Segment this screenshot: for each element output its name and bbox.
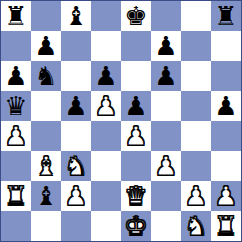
square-d8[interactable] (91, 1, 121, 31)
square-g5[interactable] (181, 91, 211, 121)
piece-white-king[interactable]: ♚ (124, 211, 147, 241)
square-c6[interactable] (61, 61, 91, 91)
piece-black-bishop[interactable]: ♝ (64, 1, 87, 31)
square-a7[interactable] (1, 31, 31, 61)
square-h5[interactable]: ♟ (211, 91, 241, 121)
square-f5[interactable] (151, 91, 181, 121)
square-f3[interactable]: ♟ (151, 151, 181, 181)
piece-black-rook[interactable]: ♜ (4, 1, 27, 31)
square-d3[interactable] (91, 151, 121, 181)
square-d4[interactable] (91, 121, 121, 151)
chess-board: ♜♝♚♜♟♟♟♞♟♟♛♟♟♟♟♟♟♝♞♟♜♝♟♛♟♟♚♞♜ (0, 0, 242, 242)
square-f6[interactable]: ♟ (151, 61, 181, 91)
square-b6[interactable]: ♞ (31, 61, 61, 91)
square-e4[interactable]: ♟ (121, 121, 151, 151)
square-a4[interactable]: ♟ (1, 121, 31, 151)
square-a1[interactable] (1, 211, 31, 241)
piece-black-pawn[interactable]: ♟ (64, 91, 87, 121)
piece-black-rook[interactable]: ♜ (214, 1, 237, 31)
square-b5[interactable] (31, 91, 61, 121)
piece-white-pawn[interactable]: ♟ (124, 121, 147, 151)
square-g2[interactable]: ♟ (181, 181, 211, 211)
square-a3[interactable] (1, 151, 31, 181)
square-f4[interactable] (151, 121, 181, 151)
piece-black-bishop[interactable]: ♝ (34, 181, 57, 211)
square-e7[interactable] (121, 31, 151, 61)
square-e6[interactable] (121, 61, 151, 91)
piece-white-pawn[interactable]: ♟ (64, 181, 87, 211)
square-a8[interactable]: ♜ (1, 1, 31, 31)
square-b7[interactable]: ♟ (31, 31, 61, 61)
square-c2[interactable]: ♟ (61, 181, 91, 211)
square-b2[interactable]: ♝ (31, 181, 61, 211)
piece-black-pawn[interactable]: ♟ (4, 61, 27, 91)
square-g6[interactable] (181, 61, 211, 91)
piece-white-pawn[interactable]: ♟ (214, 181, 237, 211)
square-g8[interactable] (181, 1, 211, 31)
piece-white-queen[interactable]: ♛ (124, 181, 147, 211)
piece-white-knight[interactable]: ♞ (64, 151, 87, 181)
square-d2[interactable] (91, 181, 121, 211)
square-e1[interactable]: ♚ (121, 211, 151, 241)
square-h8[interactable]: ♜ (211, 1, 241, 31)
square-f7[interactable]: ♟ (151, 31, 181, 61)
square-f8[interactable] (151, 1, 181, 31)
square-h4[interactable] (211, 121, 241, 151)
square-b3[interactable]: ♝ (31, 151, 61, 181)
square-d7[interactable] (91, 31, 121, 61)
square-e8[interactable]: ♚ (121, 1, 151, 31)
piece-white-pawn[interactable]: ♟ (4, 121, 27, 151)
piece-white-pawn[interactable]: ♟ (184, 181, 207, 211)
square-b1[interactable] (31, 211, 61, 241)
square-h6[interactable] (211, 61, 241, 91)
piece-white-bishop[interactable]: ♝ (34, 151, 57, 181)
piece-black-king[interactable]: ♚ (124, 1, 147, 31)
square-g1[interactable]: ♞ (181, 211, 211, 241)
piece-black-pawn[interactable]: ♟ (34, 31, 57, 61)
square-c5[interactable]: ♟ (61, 91, 91, 121)
square-c7[interactable] (61, 31, 91, 61)
square-h3[interactable] (211, 151, 241, 181)
piece-black-pawn[interactable]: ♟ (214, 91, 237, 121)
square-f2[interactable] (151, 181, 181, 211)
square-e5[interactable]: ♟ (121, 91, 151, 121)
square-d5[interactable]: ♟ (91, 91, 121, 121)
square-h2[interactable]: ♟ (211, 181, 241, 211)
piece-black-knight[interactable]: ♞ (34, 61, 57, 91)
square-g4[interactable] (181, 121, 211, 151)
square-g3[interactable] (181, 151, 211, 181)
piece-white-pawn[interactable]: ♟ (94, 91, 117, 121)
square-g7[interactable] (181, 31, 211, 61)
piece-white-rook[interactable]: ♜ (214, 211, 237, 241)
square-h1[interactable]: ♜ (211, 211, 241, 241)
square-a5[interactable]: ♛ (1, 91, 31, 121)
square-a6[interactable]: ♟ (1, 61, 31, 91)
square-f1[interactable] (151, 211, 181, 241)
square-h7[interactable] (211, 31, 241, 61)
piece-black-queen[interactable]: ♛ (4, 91, 27, 121)
square-a2[interactable]: ♜ (1, 181, 31, 211)
square-d6[interactable]: ♟ (91, 61, 121, 91)
square-b4[interactable] (31, 121, 61, 151)
square-c4[interactable] (61, 121, 91, 151)
piece-black-pawn[interactable]: ♟ (124, 91, 147, 121)
square-c8[interactable]: ♝ (61, 1, 91, 31)
square-e3[interactable] (121, 151, 151, 181)
square-d1[interactable] (91, 211, 121, 241)
piece-white-rook[interactable]: ♜ (4, 181, 27, 211)
square-e2[interactable]: ♛ (121, 181, 151, 211)
piece-black-pawn[interactable]: ♟ (154, 61, 177, 91)
square-b8[interactable] (31, 1, 61, 31)
square-c3[interactable]: ♞ (61, 151, 91, 181)
square-c1[interactable] (61, 211, 91, 241)
piece-white-pawn[interactable]: ♟ (154, 151, 177, 181)
piece-white-knight[interactable]: ♞ (184, 211, 207, 241)
piece-black-pawn[interactable]: ♟ (154, 31, 177, 61)
piece-black-pawn[interactable]: ♟ (94, 61, 117, 91)
